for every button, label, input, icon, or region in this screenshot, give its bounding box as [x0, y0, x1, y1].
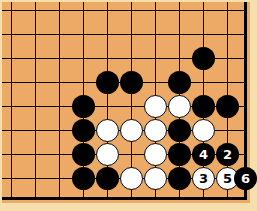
white-stone [120, 119, 143, 142]
white-stone [192, 119, 215, 142]
grid-line-vertical [11, 2, 12, 200]
black-stone [216, 95, 239, 118]
move-stone-6: 6 [234, 167, 257, 190]
move-stone-2: 2 [216, 143, 239, 166]
white-stone [96, 119, 119, 142]
black-stone [168, 119, 191, 142]
black-stone [168, 143, 191, 166]
black-stone [192, 95, 215, 118]
black-stone [72, 143, 95, 166]
black-stone [72, 119, 95, 142]
white-stone [96, 143, 119, 166]
white-stone [144, 119, 167, 142]
black-stone [96, 71, 119, 94]
black-stone [72, 167, 95, 190]
grid-line-vertical [59, 2, 60, 200]
move-stone-4: 4 [192, 143, 215, 166]
black-stone [192, 47, 215, 70]
go-diagram: 42356 [0, 0, 257, 211]
white-stone [120, 167, 143, 190]
move-number: 6 [241, 172, 250, 185]
grid-line-horizontal [2, 10, 247, 11]
move-number: 5 [223, 172, 232, 185]
board-edge-bottom [2, 197, 247, 200]
move-number: 2 [223, 148, 232, 161]
black-stone [168, 167, 191, 190]
black-stone [96, 167, 119, 190]
black-stone [72, 95, 95, 118]
grid-line-horizontal [2, 34, 247, 35]
white-stone [168, 95, 191, 118]
white-stone [144, 143, 167, 166]
white-stone [144, 95, 167, 118]
grid-line-vertical [35, 2, 36, 200]
move-stone-3: 3 [192, 167, 215, 190]
white-stone [144, 167, 167, 190]
black-stone [168, 71, 191, 94]
black-stone [120, 71, 143, 94]
move-number: 3 [199, 172, 208, 185]
move-number: 4 [199, 148, 208, 161]
